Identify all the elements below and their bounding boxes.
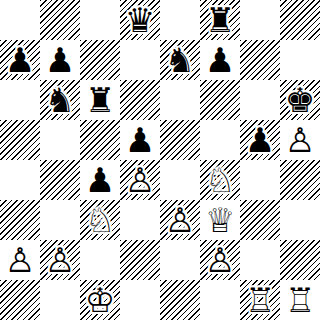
white-pawn[interactable]: ♙ (5, 240, 35, 280)
square-h1[interactable]: ♖ (280, 280, 320, 320)
black-knight[interactable]: ♞ (45, 80, 75, 120)
square-f3[interactable]: ♕ (200, 200, 240, 240)
black-rook[interactable]: ♜ (85, 80, 115, 120)
square-g2[interactable] (240, 240, 280, 280)
square-e1[interactable] (160, 280, 200, 320)
white-pawn[interactable]: ♙ (205, 240, 235, 280)
square-e3[interactable]: ♙ (160, 200, 200, 240)
square-f7[interactable]: ♟ (200, 40, 240, 80)
square-b2[interactable]: ♙ (40, 240, 80, 280)
white-pawn[interactable]: ♙ (285, 120, 315, 160)
square-d3[interactable] (120, 200, 160, 240)
square-c5[interactable] (80, 120, 120, 160)
white-knight[interactable]: ♘ (205, 160, 235, 200)
black-pawn[interactable]: ♟ (245, 120, 275, 160)
square-b7[interactable]: ♟ (40, 40, 80, 80)
square-h5[interactable]: ♙ (280, 120, 320, 160)
square-a1[interactable] (0, 280, 40, 320)
square-c2[interactable] (80, 240, 120, 280)
square-f4[interactable]: ♘ (200, 160, 240, 200)
white-knight[interactable]: ♘ (85, 200, 115, 240)
square-e8[interactable] (160, 0, 200, 40)
square-b4[interactable] (40, 160, 80, 200)
black-knight[interactable]: ♞ (165, 40, 195, 80)
square-e5[interactable] (160, 120, 200, 160)
square-g6[interactable] (240, 80, 280, 120)
white-king[interactable]: ♔ (85, 280, 115, 320)
square-d6[interactable] (120, 80, 160, 120)
square-e6[interactable] (160, 80, 200, 120)
square-d1[interactable] (120, 280, 160, 320)
black-pawn[interactable]: ♟ (125, 120, 155, 160)
square-b1[interactable] (40, 280, 80, 320)
black-pawn[interactable]: ♟ (5, 40, 35, 80)
white-rook[interactable]: ♖ (245, 280, 275, 320)
black-pawn[interactable]: ♟ (45, 40, 75, 80)
white-queen[interactable]: ♕ (205, 200, 235, 240)
square-a7[interactable]: ♟ (0, 40, 40, 80)
square-a4[interactable] (0, 160, 40, 200)
square-c6[interactable]: ♜ (80, 80, 120, 120)
white-rook[interactable]: ♖ (285, 280, 315, 320)
black-rook[interactable]: ♜ (205, 0, 235, 40)
square-g7[interactable] (240, 40, 280, 80)
square-h7[interactable] (280, 40, 320, 80)
square-d5[interactable]: ♟ (120, 120, 160, 160)
square-b3[interactable] (40, 200, 80, 240)
square-g1[interactable]: ♖ (240, 280, 280, 320)
square-h2[interactable] (280, 240, 320, 280)
square-h4[interactable] (280, 160, 320, 200)
square-a6[interactable] (0, 80, 40, 120)
square-f2[interactable]: ♙ (200, 240, 240, 280)
square-b8[interactable] (40, 0, 80, 40)
square-f6[interactable] (200, 80, 240, 120)
square-e7[interactable]: ♞ (160, 40, 200, 80)
white-pawn[interactable]: ♙ (45, 240, 75, 280)
square-d8[interactable]: ♛ (120, 0, 160, 40)
square-h3[interactable] (280, 200, 320, 240)
square-d4[interactable]: ♙ (120, 160, 160, 200)
square-g4[interactable] (240, 160, 280, 200)
square-c4[interactable]: ♟ (80, 160, 120, 200)
square-f1[interactable] (200, 280, 240, 320)
square-e2[interactable] (160, 240, 200, 280)
square-c3[interactable]: ♘ (80, 200, 120, 240)
square-b5[interactable] (40, 120, 80, 160)
square-f5[interactable] (200, 120, 240, 160)
square-a3[interactable] (0, 200, 40, 240)
square-a8[interactable] (0, 0, 40, 40)
black-king[interactable]: ♚ (285, 80, 315, 120)
square-h6[interactable]: ♚ (280, 80, 320, 120)
square-c1[interactable]: ♔ (80, 280, 120, 320)
square-h8[interactable] (280, 0, 320, 40)
white-pawn[interactable]: ♙ (125, 160, 155, 200)
square-g3[interactable] (240, 200, 280, 240)
square-g8[interactable] (240, 0, 280, 40)
square-a5[interactable] (0, 120, 40, 160)
square-b6[interactable]: ♞ (40, 80, 80, 120)
square-f8[interactable]: ♜ (200, 0, 240, 40)
black-pawn[interactable]: ♟ (85, 160, 115, 200)
square-c8[interactable] (80, 0, 120, 40)
black-queen[interactable]: ♛ (125, 0, 155, 40)
square-g5[interactable]: ♟ (240, 120, 280, 160)
square-d2[interactable] (120, 240, 160, 280)
square-d7[interactable] (120, 40, 160, 80)
black-pawn[interactable]: ♟ (205, 40, 235, 80)
chess-board: ♛♜♟♟♞♟♞♜♚♟♟♙♟♙♘♘♙♕♙♙♙♔♖♖ (0, 0, 320, 320)
square-a2[interactable]: ♙ (0, 240, 40, 280)
square-e4[interactable] (160, 160, 200, 200)
square-c7[interactable] (80, 40, 120, 80)
white-pawn[interactable]: ♙ (165, 200, 195, 240)
